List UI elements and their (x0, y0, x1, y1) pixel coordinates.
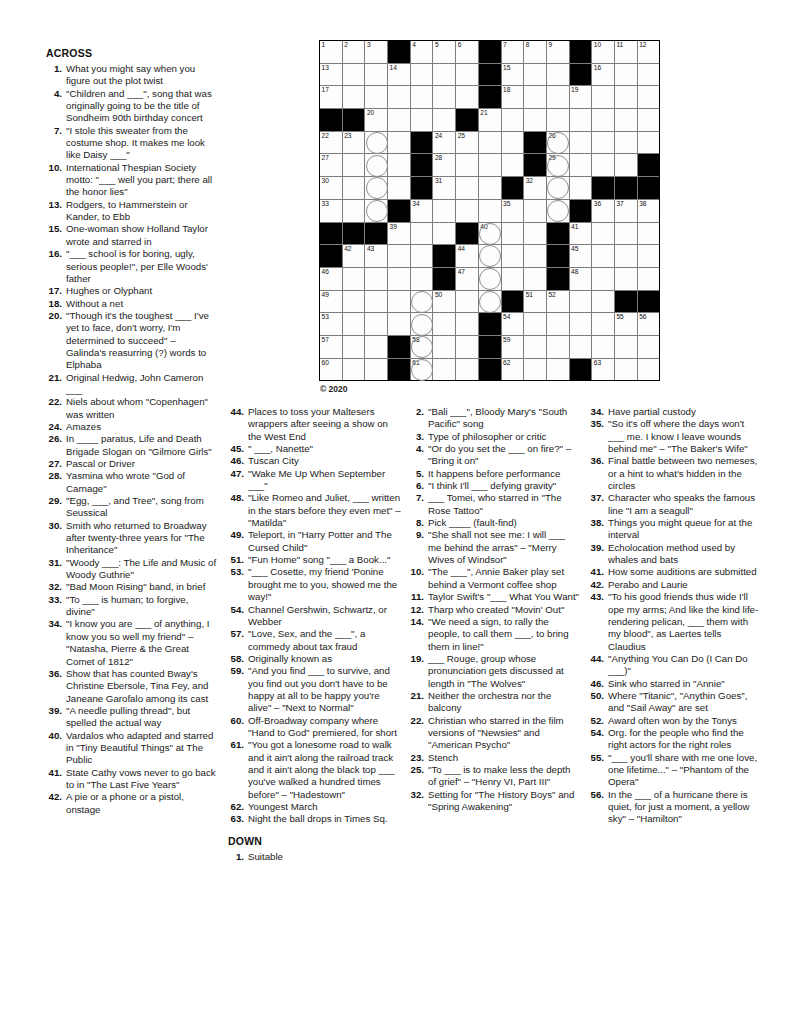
clue-text: "Woody ___: The Life and Music of Woody … (66, 557, 217, 582)
grid-cell[interactable] (388, 177, 410, 199)
grid-cell[interactable] (615, 132, 637, 154)
crossword-grid[interactable]: 1234567891011121314151617181920212223242… (319, 40, 660, 381)
clue-number: 22. (408, 715, 424, 727)
grid-cell[interactable] (479, 177, 501, 199)
grid-cell[interactable] (365, 200, 387, 222)
grid-cell[interactable]: 6 (456, 41, 478, 63)
grid-cell[interactable] (388, 109, 410, 131)
grid-cell[interactable] (638, 64, 660, 86)
grid-cell[interactable] (433, 336, 455, 358)
grid-cell[interactable] (456, 86, 478, 108)
grid-cell-black (411, 132, 433, 154)
grid-cell[interactable]: 61 (411, 359, 433, 381)
grid-cell[interactable] (343, 313, 365, 335)
grid-cell[interactable] (638, 359, 660, 381)
cell-number: 17 (322, 86, 329, 94)
grid-cell[interactable] (502, 109, 524, 131)
cell-number: 55 (616, 313, 623, 321)
grid-cell[interactable] (615, 359, 637, 381)
clue-number: 14. (408, 616, 424, 628)
circle-marker (547, 132, 569, 154)
grid-cell[interactable]: 62 (502, 359, 524, 381)
grid-cell[interactable]: 1 (320, 41, 342, 63)
grid-cell[interactable] (479, 154, 501, 176)
grid-cell[interactable]: 4 (411, 41, 433, 63)
grid-cell-black (570, 200, 592, 222)
grid-cell[interactable] (365, 359, 387, 381)
clue-text: Niels about whom "Copenhagen" was writte… (66, 396, 217, 421)
grid-cell[interactable] (433, 313, 455, 335)
grid-cell[interactable]: 49 (320, 291, 342, 313)
grid-cell[interactable]: 42 (343, 245, 365, 267)
clue-down-41: 41.How some auditions are submitted (588, 566, 760, 578)
clue-text: "___ school is for boring, ugly, serious… (66, 248, 217, 285)
cell-number: 35 (503, 200, 510, 208)
clue-text: Rodgers, to Hammerstein or Kander, to Eb… (66, 199, 217, 224)
grid-cell[interactable] (524, 359, 546, 381)
clue-across-40: 40.Vardalos who adapted and starred in "… (46, 730, 217, 767)
grid-cell[interactable]: 2 (343, 41, 365, 63)
grid-cell[interactable] (570, 336, 592, 358)
grid-cell-black (502, 177, 524, 199)
grid-cell[interactable] (524, 313, 546, 335)
grid-cell[interactable] (638, 132, 660, 154)
grid-cell[interactable] (615, 86, 637, 108)
grid-cell[interactable] (411, 86, 433, 108)
grid-cell[interactable] (592, 132, 614, 154)
grid-cell[interactable]: 12 (638, 41, 660, 63)
clue-number: 42. (588, 579, 604, 591)
clue-number: 46. (228, 455, 244, 467)
clue-number: 54. (228, 604, 244, 616)
grid-cell[interactable] (365, 64, 387, 86)
circle-marker (479, 291, 501, 313)
grid-cell-black (479, 41, 501, 63)
clue-text: Places to toss your Maltesers wrappers a… (248, 406, 401, 443)
clue-number: 20. (46, 310, 62, 322)
grid-cell[interactable] (615, 64, 637, 86)
grid-cell[interactable] (365, 268, 387, 290)
grid-cell[interactable] (547, 313, 569, 335)
cell-number: 2 (344, 41, 348, 49)
grid-cell[interactable]: 35 (502, 200, 524, 222)
grid-cell[interactable] (456, 200, 478, 222)
grid-cell[interactable] (570, 132, 592, 154)
cell-number: 4 (412, 41, 416, 49)
grid-cell[interactable]: 25 (456, 132, 478, 154)
cell-number: 18 (503, 86, 510, 94)
clue-text: ___ Tomei, who starred in "The Rose Tatt… (428, 492, 580, 517)
grid-cell[interactable] (638, 86, 660, 108)
grid-cell[interactable] (638, 245, 660, 267)
grid-cell[interactable] (343, 200, 365, 222)
grid-cell[interactable]: 11 (615, 41, 637, 63)
grid-cell[interactable]: 19 (570, 86, 592, 108)
grid-cell[interactable] (411, 313, 433, 335)
grid-cell[interactable] (411, 223, 433, 245)
grid-cell[interactable]: 28 (433, 154, 455, 176)
clue-number: 2. (408, 406, 424, 418)
grid-cell[interactable] (365, 313, 387, 335)
cell-number: 53 (322, 313, 329, 321)
grid-cell[interactable] (570, 313, 592, 335)
grid-cell[interactable] (433, 109, 455, 131)
grid-cell[interactable] (411, 109, 433, 131)
grid-cell[interactable]: 57 (320, 336, 342, 358)
grid-cell[interactable]: 14 (388, 64, 410, 86)
circle-marker (547, 200, 569, 222)
circle-marker (411, 359, 433, 381)
clue-number: 45. (228, 443, 244, 455)
grid-cell[interactable] (479, 245, 501, 267)
across-clue-column-2: 44.Places to toss your Maltesers wrapper… (228, 406, 401, 863)
grid-cell[interactable]: 51 (524, 291, 546, 313)
grid-cell[interactable]: 24 (433, 132, 455, 154)
clue-down-34: 34.Have partial custody (588, 406, 760, 418)
grid-cell[interactable] (547, 109, 569, 131)
grid-cell[interactable] (638, 268, 660, 290)
grid-cell-black (638, 177, 660, 199)
grid-cell[interactable] (547, 200, 569, 222)
grid-cell[interactable]: 59 (502, 336, 524, 358)
clue-text: Things you might queue for at the interv… (608, 517, 760, 542)
grid-cell[interactable] (479, 268, 501, 290)
clue-text: Tharp who created "Movin' Out" (428, 604, 580, 616)
clue-across-4: 4."Children and ___", song that was orig… (46, 88, 217, 125)
cell-number: 13 (322, 64, 329, 72)
clue-number: 39. (46, 705, 62, 717)
cell-number: 43 (367, 245, 374, 253)
grid-cell-black (365, 223, 387, 245)
clue-number: 44. (588, 653, 604, 665)
clue-number: 52. (588, 715, 604, 727)
clue-down-1: 1.Suitable (228, 851, 401, 863)
grid-cell[interactable] (343, 268, 365, 290)
clue-down-56: 56.In the ___ of a hurricane there is qu… (588, 789, 760, 826)
grid-cell[interactable]: 10 (592, 41, 614, 63)
clue-down-38: 38.Things you might queue for at the int… (588, 517, 760, 542)
grid-cell[interactable]: 63 (592, 359, 614, 381)
grid-cell-black (433, 268, 455, 290)
clue-text: How some auditions are submitted (608, 566, 760, 578)
clue-across-59: 59."And you find ___ to survive, and you… (228, 665, 401, 714)
clue-down-11: 11.Taylor Swift's "___ What You Want" (408, 591, 580, 603)
grid-cell[interactable] (524, 336, 546, 358)
grid-cell[interactable] (433, 223, 455, 245)
grid-cell[interactable] (433, 359, 455, 381)
grid-cell[interactable] (524, 109, 546, 131)
grid-cell[interactable] (343, 64, 365, 86)
grid-cell[interactable] (547, 359, 569, 381)
grid-cell[interactable] (547, 86, 569, 108)
grid-cell[interactable] (592, 268, 614, 290)
grid-cell[interactable]: 7 (502, 41, 524, 63)
grid-cell[interactable] (433, 86, 455, 108)
cell-number: 15 (503, 64, 510, 72)
clue-across-62: 62.Youngest March (228, 801, 401, 813)
grid-cell[interactable]: 56 (638, 313, 660, 335)
grid-cell[interactable] (479, 291, 501, 313)
clue-number: 32. (408, 789, 424, 801)
grid-cell[interactable] (502, 268, 524, 290)
grid-cell[interactable] (479, 200, 501, 222)
grid-cell-black (343, 109, 365, 131)
clue-number: 47. (228, 468, 244, 480)
clue-text: "I think I'll ___ defying gravity" (428, 480, 580, 492)
clue-down-54: 54.Org. for the people who find the righ… (588, 727, 760, 752)
grid-cell[interactable]: 22 (320, 132, 342, 154)
clue-text: Sink who starred in "Annie" (608, 678, 760, 690)
cell-number: 6 (458, 41, 462, 49)
grid-cell[interactable] (365, 86, 387, 108)
clue-text: One-woman show Holland Taylor wrote and … (66, 223, 217, 248)
grid-cell[interactable]: 47 (456, 268, 478, 290)
grid-cell[interactable]: 31 (433, 177, 455, 199)
grid-cell[interactable] (456, 177, 478, 199)
clue-text: Channel Gershwin, Schwartz, or Webber (248, 604, 401, 629)
grid-cell[interactable] (502, 132, 524, 154)
circle-marker (411, 336, 433, 358)
grid-cell[interactable] (456, 154, 478, 176)
grid-cell[interactable] (365, 154, 387, 176)
grid-cell[interactable]: 39 (388, 223, 410, 245)
grid-cell[interactable] (592, 245, 614, 267)
grid-cell[interactable]: 37 (615, 200, 637, 222)
grid-cell-black (615, 291, 637, 313)
grid-cell[interactable] (433, 200, 455, 222)
grid-cell[interactable] (615, 245, 637, 267)
grid-cell[interactable]: 38 (638, 200, 660, 222)
cell-number: 37 (616, 200, 623, 208)
grid-cell-black (433, 245, 455, 267)
grid-cell[interactable] (615, 154, 637, 176)
grid-cell[interactable] (388, 132, 410, 154)
grid-cell[interactable] (615, 336, 637, 358)
across-clue-column-1: ACROSS 1.What you might say when you fig… (46, 47, 217, 816)
grid-cell[interactable]: 41 (570, 223, 592, 245)
cell-number: 57 (322, 336, 329, 344)
grid-cell[interactable] (592, 154, 614, 176)
grid-cell[interactable] (411, 291, 433, 313)
grid-cell[interactable] (524, 245, 546, 267)
grid-cell[interactable]: 34 (411, 200, 433, 222)
grid-cell[interactable] (343, 359, 365, 381)
grid-cell[interactable] (365, 291, 387, 313)
clue-number: 5. (408, 468, 424, 480)
clue-text: Hughes or Olyphant (66, 285, 217, 297)
grid-cell[interactable]: 21 (479, 109, 501, 131)
clue-number: 55. (588, 752, 604, 764)
clue-across-54: 54.Channel Gershwin, Schwartz, or Webber (228, 604, 401, 629)
grid-cell[interactable]: 13 (320, 64, 342, 86)
grid-cell[interactable]: 43 (365, 245, 387, 267)
grid-cell[interactable] (547, 64, 569, 86)
grid-cell[interactable]: 29 (547, 154, 569, 176)
grid-cell[interactable] (456, 359, 478, 381)
grid-cell[interactable] (456, 336, 478, 358)
grid-cell[interactable] (638, 109, 660, 131)
grid-cell[interactable]: 15 (502, 64, 524, 86)
grid-cell[interactable] (411, 268, 433, 290)
grid-cell[interactable]: 55 (615, 313, 637, 335)
clue-down-5: 5.It happens before performance (408, 468, 580, 480)
grid-cell[interactable] (502, 245, 524, 267)
clue-down-21: 21.Neither the orchestra nor the balcony (408, 690, 580, 715)
grid-cell[interactable]: 33 (320, 200, 342, 222)
grid-cell[interactable] (411, 64, 433, 86)
grid-cell[interactable] (592, 223, 614, 245)
grid-cell[interactable] (570, 154, 592, 176)
clue-across-16: 16."___ school is for boring, ugly, seri… (46, 248, 217, 285)
clue-number: 39. (588, 542, 604, 554)
grid-cell[interactable]: 45 (570, 245, 592, 267)
clue-text: "Wake Me Up When September ___" (248, 468, 401, 493)
grid-cell[interactable]: 60 (320, 359, 342, 381)
cell-number: 50 (435, 291, 442, 299)
grid-cell[interactable]: 50 (433, 291, 455, 313)
grid-cell[interactable] (592, 109, 614, 131)
grid-cell[interactable]: 48 (570, 268, 592, 290)
grid-cell[interactable]: 46 (320, 268, 342, 290)
grid-cell-black (456, 109, 478, 131)
grid-cell[interactable] (570, 291, 592, 313)
clue-down-35: 35."So it's off where the days won't ___… (588, 418, 760, 455)
grid-cell[interactable] (570, 177, 592, 199)
circle-marker (366, 155, 388, 177)
grid-cell[interactable] (615, 109, 637, 131)
grid-cell[interactable]: 58 (411, 336, 433, 358)
clue-across-34: 34."I know you are ___ of anything, I kn… (46, 618, 217, 667)
circle-marker (366, 177, 388, 199)
grid-cell[interactable]: 16 (592, 64, 614, 86)
clue-number: 37. (588, 492, 604, 504)
grid-cell[interactable] (524, 200, 546, 222)
clue-text: What you might say when you figure out t… (66, 63, 217, 88)
clue-text: It happens before performance (428, 468, 580, 480)
cell-number: 39 (390, 223, 397, 231)
clue-down-14: 14."We need a sign, to rally the people,… (408, 616, 580, 653)
clue-text: Youngest March (248, 801, 401, 813)
clue-across-7: 7."I stole this sweater from the costume… (46, 125, 217, 162)
grid-cell[interactable] (502, 154, 524, 176)
clue-number: 56. (588, 789, 604, 801)
grid-cell[interactable] (456, 291, 478, 313)
grid-cell[interactable] (456, 64, 478, 86)
clue-text: Setting for "The History Boys" and "Spri… (428, 789, 580, 814)
grid-cell[interactable]: 36 (592, 200, 614, 222)
clue-across-13: 13.Rodgers, to Hammerstein or Kander, to… (46, 199, 217, 224)
grid-cell[interactable] (365, 336, 387, 358)
grid-cell-black (388, 200, 410, 222)
clue-text: "She shall not see me: I will ___ me beh… (428, 529, 580, 566)
grid-cell[interactable]: 26 (547, 132, 569, 154)
grid-cell[interactable] (479, 132, 501, 154)
cell-number: 54 (503, 313, 510, 321)
grid-cell[interactable]: 27 (320, 154, 342, 176)
grid-cell[interactable] (388, 313, 410, 335)
grid-cell[interactable] (547, 336, 569, 358)
clue-across-27: 27.Pascal or Driver (46, 458, 217, 470)
grid-cell[interactable] (615, 268, 637, 290)
grid-cell-black (411, 154, 433, 176)
clue-number: 43. (588, 591, 604, 603)
clue-text: "To ___ is to make less the depth of gri… (428, 764, 580, 789)
grid-cell[interactable] (388, 291, 410, 313)
grid-cell[interactable] (524, 223, 546, 245)
grid-cell[interactable] (570, 109, 592, 131)
grid-cell[interactable] (388, 245, 410, 267)
grid-cell[interactable]: 54 (502, 313, 524, 335)
grid-cell[interactable]: 18 (502, 86, 524, 108)
grid-cell[interactable] (343, 291, 365, 313)
grid-cell-black (615, 177, 637, 199)
grid-cell[interactable]: 9 (547, 41, 569, 63)
grid-cell[interactable] (615, 223, 637, 245)
grid-cell[interactable] (547, 177, 569, 199)
clue-number: 16. (46, 248, 62, 260)
grid-cell[interactable] (592, 86, 614, 108)
clue-text: "Though it's the toughest ___ I've yet t… (66, 310, 217, 372)
clue-text: "Children and ___", song that was origin… (66, 88, 217, 125)
grid-cell[interactable] (524, 64, 546, 86)
grid-cell[interactable] (592, 336, 614, 358)
grid-cell[interactable] (365, 177, 387, 199)
grid-cell[interactable]: 32 (524, 177, 546, 199)
grid-cell[interactable] (433, 64, 455, 86)
clue-text: ___ Rouge, group whose pronunciation get… (428, 653, 580, 690)
grid-cell[interactable] (388, 154, 410, 176)
grid-cell[interactable] (524, 86, 546, 108)
grid-cell[interactable]: 3 (365, 41, 387, 63)
grid-cell[interactable]: 30 (320, 177, 342, 199)
grid-cell[interactable] (343, 336, 365, 358)
grid-cell[interactable] (343, 86, 365, 108)
clue-text: Tuscan City (248, 455, 401, 467)
clue-across-22: 22.Niels about whom "Copenhagen" was wri… (46, 396, 217, 421)
grid-cell[interactable] (592, 291, 614, 313)
grid-cell[interactable]: 17 (320, 86, 342, 108)
grid-cell[interactable] (592, 313, 614, 335)
clue-number: 13. (46, 199, 62, 211)
grid-cell[interactable]: 52 (547, 291, 569, 313)
grid-cell[interactable] (502, 223, 524, 245)
clue-text: Have partial custody (608, 406, 760, 418)
clue-down-50: 50.Where "Titanic", "Anythin Goes", and … (588, 690, 760, 715)
grid-cell[interactable]: 23 (343, 132, 365, 154)
grid-cell[interactable]: 8 (524, 41, 546, 63)
grid-cell[interactable] (365, 132, 387, 154)
grid-cell[interactable] (638, 336, 660, 358)
grid-cell[interactable] (343, 177, 365, 199)
cell-number: 23 (344, 132, 351, 140)
grid-cell[interactable] (343, 154, 365, 176)
grid-cell[interactable] (388, 86, 410, 108)
grid-cell[interactable]: 5 (433, 41, 455, 63)
across-clues-list-2: 44.Places to toss your Maltesers wrapper… (228, 406, 401, 826)
grid-cell[interactable] (524, 268, 546, 290)
grid-cell[interactable] (638, 223, 660, 245)
clue-number: 30. (46, 520, 62, 532)
grid-cell[interactable] (456, 313, 478, 335)
grid-cell[interactable]: 53 (320, 313, 342, 335)
grid-cell[interactable]: 44 (456, 245, 478, 267)
grid-cell[interactable]: 40 (479, 223, 501, 245)
grid-cell-black (320, 109, 342, 131)
grid-cell[interactable] (388, 268, 410, 290)
grid-cell[interactable]: 20 (365, 109, 387, 131)
clue-text: Type of philosopher or critic (428, 431, 580, 443)
grid-cell[interactable] (411, 245, 433, 267)
